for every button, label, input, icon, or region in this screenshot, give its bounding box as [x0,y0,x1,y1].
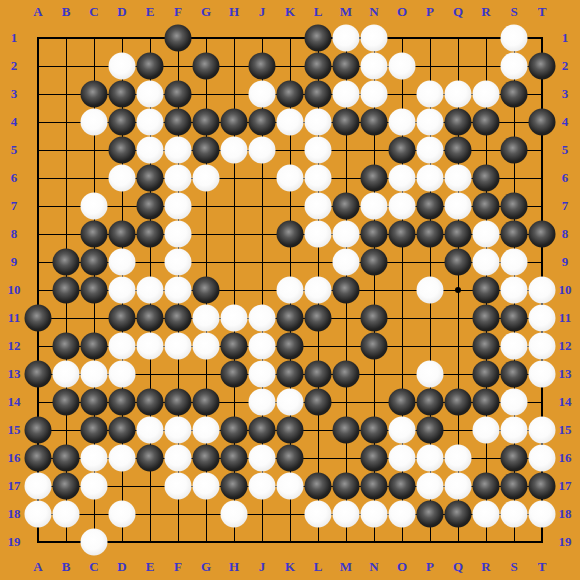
white-stone [361,25,388,52]
white-stone [445,473,472,500]
white-stone [361,193,388,220]
black-stone [361,445,388,472]
white-stone [445,193,472,220]
black-stone [53,389,80,416]
white-stone [389,501,416,528]
white-stone [137,277,164,304]
black-stone [333,473,360,500]
black-stone [109,305,136,332]
black-stone [445,249,472,276]
black-stone [473,109,500,136]
black-stone [109,417,136,444]
black-stone [501,473,528,500]
white-stone [305,193,332,220]
black-stone [389,137,416,164]
white-stone [137,109,164,136]
black-stone [25,417,52,444]
column-label: E [146,559,155,575]
row-label: 16 [8,450,21,466]
white-stone [501,249,528,276]
black-stone [473,389,500,416]
column-label: S [510,4,517,20]
black-stone [501,305,528,332]
black-stone [137,389,164,416]
black-stone [361,109,388,136]
column-label: H [229,559,239,575]
white-stone [165,417,192,444]
black-stone [81,81,108,108]
white-stone [389,445,416,472]
white-stone [25,501,52,528]
white-stone [277,389,304,416]
white-stone [109,249,136,276]
column-label: T [538,559,547,575]
black-stone [137,193,164,220]
white-stone [417,277,444,304]
column-label: Q [453,559,463,575]
black-stone [445,137,472,164]
row-label: 1 [562,30,569,46]
white-stone [529,333,556,360]
row-label: 15 [8,422,21,438]
row-label: 2 [562,58,569,74]
white-stone [137,417,164,444]
white-stone [109,277,136,304]
column-label: G [201,4,211,20]
white-stone [529,305,556,332]
black-stone [137,305,164,332]
column-label: L [314,4,323,20]
hoshi-star-point [455,287,461,293]
row-label: 4 [562,114,569,130]
row-label: 7 [11,198,18,214]
black-stone [53,249,80,276]
column-label: J [259,4,266,20]
black-stone [81,277,108,304]
black-stone [165,389,192,416]
black-stone [137,445,164,472]
black-stone [305,361,332,388]
black-stone [529,473,556,500]
white-stone [165,137,192,164]
black-stone [277,445,304,472]
black-stone [53,333,80,360]
black-stone [305,473,332,500]
black-stone [417,389,444,416]
row-label: 17 [559,478,572,494]
row-label: 5 [11,142,18,158]
white-stone [109,445,136,472]
black-stone [305,389,332,416]
black-stone [137,165,164,192]
column-label: J [259,559,266,575]
black-stone [25,305,52,332]
black-stone [193,109,220,136]
row-label: 3 [11,86,18,102]
white-stone [333,249,360,276]
row-label: 11 [559,310,571,326]
black-stone [249,53,276,80]
white-stone [193,333,220,360]
black-stone [473,361,500,388]
black-stone [193,137,220,164]
white-stone [81,473,108,500]
black-stone [333,361,360,388]
row-label: 1 [11,30,18,46]
black-stone [137,221,164,248]
column-label: O [397,559,407,575]
column-label: M [340,559,352,575]
column-label: D [117,559,126,575]
white-stone [109,165,136,192]
row-label: 17 [8,478,21,494]
row-label: 11 [8,310,20,326]
row-label: 10 [8,282,21,298]
white-stone [165,249,192,276]
white-stone [361,53,388,80]
black-stone [501,137,528,164]
black-stone [109,221,136,248]
white-stone [389,165,416,192]
black-stone [417,501,444,528]
column-label: F [174,4,182,20]
black-stone [445,501,472,528]
white-stone [277,277,304,304]
white-stone [333,25,360,52]
white-stone [109,333,136,360]
white-stone [445,445,472,472]
white-stone [305,277,332,304]
white-stone [473,221,500,248]
black-stone [165,109,192,136]
black-stone [193,389,220,416]
white-stone [277,165,304,192]
black-stone [109,137,136,164]
black-stone [277,305,304,332]
black-stone [529,109,556,136]
black-stone [361,249,388,276]
white-stone [137,333,164,360]
white-stone [249,389,276,416]
white-stone [417,109,444,136]
column-label: A [33,559,42,575]
white-stone [137,81,164,108]
white-stone [193,473,220,500]
column-label: C [89,4,98,20]
row-label: 19 [559,534,572,550]
white-stone [417,473,444,500]
black-stone [137,53,164,80]
grid-line-horizontal [38,542,542,543]
black-stone [165,81,192,108]
row-label: 14 [8,394,21,410]
black-stone [445,109,472,136]
white-stone [529,445,556,472]
black-stone [25,445,52,472]
white-stone [221,305,248,332]
white-stone [417,445,444,472]
white-stone [249,445,276,472]
white-stone [501,333,528,360]
column-label: D [117,4,126,20]
black-stone [109,389,136,416]
row-label: 12 [559,338,572,354]
white-stone [53,501,80,528]
white-stone [165,445,192,472]
white-stone [473,417,500,444]
white-stone [249,333,276,360]
white-stone [165,277,192,304]
black-stone [501,193,528,220]
column-label: P [426,559,434,575]
white-stone [249,137,276,164]
black-stone [417,221,444,248]
column-label: R [481,4,490,20]
black-stone [473,305,500,332]
black-stone [445,389,472,416]
row-label: 18 [559,506,572,522]
white-stone [417,81,444,108]
black-stone [277,361,304,388]
column-label: C [89,559,98,575]
white-stone [81,529,108,556]
row-label: 16 [559,450,572,466]
black-stone [501,361,528,388]
black-stone [277,333,304,360]
column-label: L [314,559,323,575]
black-stone [361,417,388,444]
row-label: 9 [11,254,18,270]
white-stone [389,193,416,220]
black-stone [501,81,528,108]
white-stone [389,53,416,80]
black-stone [53,277,80,304]
white-stone [361,81,388,108]
row-label: 2 [11,58,18,74]
black-stone [221,473,248,500]
black-stone [193,277,220,304]
black-stone [333,53,360,80]
row-label: 13 [8,366,21,382]
white-stone [53,361,80,388]
white-stone [305,221,332,248]
black-stone [81,249,108,276]
column-label: E [146,4,155,20]
white-stone [249,305,276,332]
column-label: F [174,559,182,575]
black-stone [249,417,276,444]
column-label: Q [453,4,463,20]
white-stone [193,305,220,332]
white-stone [221,501,248,528]
white-stone [529,501,556,528]
white-stone [305,109,332,136]
column-label: K [285,4,295,20]
black-stone [221,109,248,136]
black-stone [389,389,416,416]
white-stone [389,417,416,444]
white-stone [445,165,472,192]
black-stone [305,53,332,80]
black-stone [81,333,108,360]
black-stone [277,417,304,444]
black-stone [221,417,248,444]
white-stone [529,277,556,304]
white-stone [109,53,136,80]
white-stone [529,361,556,388]
white-stone [193,417,220,444]
white-stone [501,277,528,304]
black-stone [249,109,276,136]
black-stone [193,445,220,472]
column-label: P [426,4,434,20]
row-label: 6 [562,170,569,186]
black-stone [473,473,500,500]
black-stone [81,221,108,248]
row-label: 10 [559,282,572,298]
row-label: 8 [11,226,18,242]
black-stone [473,333,500,360]
white-stone [305,165,332,192]
column-label: B [62,559,71,575]
black-stone [361,221,388,248]
row-label: 19 [8,534,21,550]
black-stone [221,445,248,472]
white-stone [501,501,528,528]
row-label: 9 [562,254,569,270]
white-stone [81,445,108,472]
white-stone [305,137,332,164]
black-stone [529,53,556,80]
white-stone [473,81,500,108]
black-stone [277,221,304,248]
white-stone [501,417,528,444]
white-stone [137,137,164,164]
white-stone [165,333,192,360]
white-stone [109,501,136,528]
white-stone [305,501,332,528]
row-label: 8 [562,226,569,242]
column-label: K [285,559,295,575]
black-stone [165,25,192,52]
column-label: H [229,4,239,20]
white-stone [445,81,472,108]
white-stone [249,81,276,108]
black-stone [529,221,556,248]
black-stone [277,81,304,108]
black-stone [193,53,220,80]
black-stone [417,193,444,220]
column-label: N [369,559,378,575]
white-stone [501,53,528,80]
row-label: 5 [562,142,569,158]
black-stone [333,193,360,220]
white-stone [417,361,444,388]
white-stone [501,389,528,416]
black-stone [333,277,360,304]
white-stone [109,361,136,388]
column-label: G [201,559,211,575]
black-stone [109,109,136,136]
black-stone [361,165,388,192]
white-stone [473,501,500,528]
black-stone [53,445,80,472]
black-stone [165,305,192,332]
column-label: N [369,4,378,20]
black-stone [389,221,416,248]
column-label: A [33,4,42,20]
black-stone [389,473,416,500]
black-stone [221,333,248,360]
white-stone [193,165,220,192]
black-stone [305,305,332,332]
column-label: S [510,559,517,575]
black-stone [417,417,444,444]
white-stone [165,221,192,248]
black-stone [361,305,388,332]
white-stone [221,137,248,164]
black-stone [53,473,80,500]
goban[interactable]: ABCDEFGHJKLMNOPQRST ABCDEFGHJKLMNOPQRST … [0,0,580,580]
black-stone [445,221,472,248]
row-label: 18 [8,506,21,522]
column-label: B [62,4,71,20]
white-stone [473,249,500,276]
black-stone [473,277,500,304]
black-stone [333,417,360,444]
black-stone [221,361,248,388]
white-stone [529,417,556,444]
black-stone [81,389,108,416]
row-label: 4 [11,114,18,130]
white-stone [333,501,360,528]
black-stone [473,165,500,192]
black-stone [305,25,332,52]
white-stone [417,137,444,164]
white-stone [417,165,444,192]
white-stone [165,165,192,192]
white-stone [25,473,52,500]
white-stone [361,501,388,528]
black-stone [305,81,332,108]
white-stone [389,109,416,136]
black-stone [109,81,136,108]
white-stone [277,109,304,136]
column-label: M [340,4,352,20]
white-stone [277,473,304,500]
black-stone [25,361,52,388]
row-label: 12 [8,338,21,354]
black-stone [361,333,388,360]
white-stone [333,81,360,108]
white-stone [249,473,276,500]
column-label: R [481,559,490,575]
black-stone [361,473,388,500]
black-stone [333,109,360,136]
white-stone [81,361,108,388]
row-label: 6 [11,170,18,186]
white-stone [333,221,360,248]
white-stone [249,361,276,388]
row-label: 3 [562,86,569,102]
column-label: T [538,4,547,20]
white-stone [501,25,528,52]
white-stone [165,193,192,220]
black-stone [501,221,528,248]
row-label: 7 [562,198,569,214]
white-stone [165,473,192,500]
row-label: 15 [559,422,572,438]
